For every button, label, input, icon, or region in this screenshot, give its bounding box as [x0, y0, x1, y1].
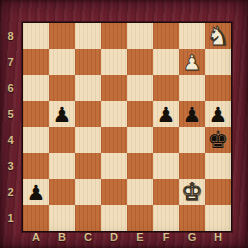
- square-e5[interactable]: [127, 101, 153, 127]
- square-b3[interactable]: [49, 153, 75, 179]
- square-d4[interactable]: [101, 127, 127, 153]
- square-b4[interactable]: [49, 127, 75, 153]
- black-pawn-piece[interactable]: ♟: [157, 102, 176, 127]
- square-f1[interactable]: [153, 205, 179, 231]
- square-h6[interactable]: [205, 75, 231, 101]
- square-h5[interactable]: ♟: [205, 101, 231, 127]
- rank-label-7: 7: [0, 49, 21, 75]
- white-king-piece[interactable]: ♚: [181, 179, 203, 205]
- square-c6[interactable]: [75, 75, 101, 101]
- square-a7[interactable]: [23, 49, 49, 75]
- file-label-f: F: [153, 230, 179, 246]
- file-label-e: E: [127, 230, 153, 246]
- square-b1[interactable]: [49, 205, 75, 231]
- square-c8[interactable]: [75, 23, 101, 49]
- square-c5[interactable]: [75, 101, 101, 127]
- square-d7[interactable]: [101, 49, 127, 75]
- chess-board: ♞♟♟♟♟♟♚♟♚: [22, 22, 232, 232]
- square-c7[interactable]: [75, 49, 101, 75]
- file-label-a: A: [23, 230, 49, 246]
- square-e7[interactable]: [127, 49, 153, 75]
- file-label-g: G: [179, 230, 205, 246]
- square-a5[interactable]: [23, 101, 49, 127]
- square-c3[interactable]: [75, 153, 101, 179]
- white-pawn-piece[interactable]: ♟: [183, 50, 202, 75]
- square-g2[interactable]: ♚: [179, 179, 205, 205]
- white-knight-piece[interactable]: ♞: [206, 23, 229, 49]
- square-g4[interactable]: [179, 127, 205, 153]
- square-h2[interactable]: [205, 179, 231, 205]
- square-e2[interactable]: [127, 179, 153, 205]
- square-g8[interactable]: [179, 23, 205, 49]
- square-a1[interactable]: [23, 205, 49, 231]
- file-label-c: C: [75, 230, 101, 246]
- square-h8[interactable]: ♞: [205, 23, 231, 49]
- square-a6[interactable]: [23, 75, 49, 101]
- square-c1[interactable]: [75, 205, 101, 231]
- square-c4[interactable]: [75, 127, 101, 153]
- square-h1[interactable]: [205, 205, 231, 231]
- rank-label-3: 3: [0, 153, 21, 179]
- file-label-d: D: [101, 230, 127, 246]
- square-e8[interactable]: [127, 23, 153, 49]
- square-f7[interactable]: [153, 49, 179, 75]
- square-e4[interactable]: [127, 127, 153, 153]
- rank-label-4: 4: [0, 127, 21, 153]
- square-f5[interactable]: ♟: [153, 101, 179, 127]
- square-a4[interactable]: [23, 127, 49, 153]
- square-e6[interactable]: [127, 75, 153, 101]
- square-e1[interactable]: [127, 205, 153, 231]
- square-d6[interactable]: [101, 75, 127, 101]
- square-g3[interactable]: [179, 153, 205, 179]
- square-f6[interactable]: [153, 75, 179, 101]
- square-b5[interactable]: ♟: [49, 101, 75, 127]
- black-pawn-piece[interactable]: ♟: [27, 180, 46, 205]
- square-d3[interactable]: [101, 153, 127, 179]
- square-d2[interactable]: [101, 179, 127, 205]
- square-d5[interactable]: [101, 101, 127, 127]
- black-pawn-piece[interactable]: ♟: [53, 102, 72, 127]
- square-b7[interactable]: [49, 49, 75, 75]
- square-g5[interactable]: ♟: [179, 101, 205, 127]
- square-f8[interactable]: [153, 23, 179, 49]
- black-king-piece[interactable]: ♚: [207, 127, 229, 153]
- rank-label-2: 2: [0, 179, 21, 205]
- square-g1[interactable]: [179, 205, 205, 231]
- square-a3[interactable]: [23, 153, 49, 179]
- square-f4[interactable]: [153, 127, 179, 153]
- file-label-b: B: [49, 230, 75, 246]
- square-b8[interactable]: [49, 23, 75, 49]
- square-e3[interactable]: [127, 153, 153, 179]
- square-f3[interactable]: [153, 153, 179, 179]
- square-d8[interactable]: [101, 23, 127, 49]
- square-g6[interactable]: [179, 75, 205, 101]
- rank-label-5: 5: [0, 101, 21, 127]
- black-pawn-piece[interactable]: ♟: [209, 102, 228, 127]
- square-a2[interactable]: ♟: [23, 179, 49, 205]
- square-b2[interactable]: [49, 179, 75, 205]
- square-h3[interactable]: [205, 153, 231, 179]
- square-h7[interactable]: [205, 49, 231, 75]
- rank-label-6: 6: [0, 75, 21, 101]
- square-h4[interactable]: ♚: [205, 127, 231, 153]
- rank-label-1: 1: [0, 205, 21, 231]
- square-g7[interactable]: ♟: [179, 49, 205, 75]
- black-pawn-piece[interactable]: ♟: [183, 102, 202, 127]
- file-label-h: H: [205, 230, 231, 246]
- rank-label-8: 8: [0, 23, 21, 49]
- chessboard-frame: ♞♟♟♟♟♟♚♟♚ 87654321 ABCDEFGH: [0, 0, 248, 248]
- square-c2[interactable]: [75, 179, 101, 205]
- square-d1[interactable]: [101, 205, 127, 231]
- square-b6[interactable]: [49, 75, 75, 101]
- square-a8[interactable]: [23, 23, 49, 49]
- square-f2[interactable]: [153, 179, 179, 205]
